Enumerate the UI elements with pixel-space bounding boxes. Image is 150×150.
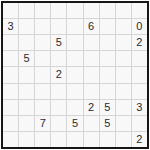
cell-r8c6[interactable] (84, 116, 99, 131)
cell-r6c7[interactable] (100, 84, 115, 99)
cell-r3c1[interactable] (3, 35, 18, 50)
cell-r1c8[interactable] (116, 3, 131, 18)
cell-r4c8[interactable] (116, 51, 131, 66)
cell-r7c1[interactable] (3, 100, 18, 115)
cell-r8c2[interactable] (19, 116, 34, 131)
cell-r6c4[interactable] (51, 84, 66, 99)
cell-r8c1[interactable] (3, 116, 18, 131)
cell-r5c2[interactable] (19, 67, 34, 82)
clue-cell-r7c7: 5 (100, 100, 115, 115)
cell-r1c7[interactable] (100, 3, 115, 18)
minesweeper-board: 36052522537552 (1, 1, 149, 149)
cell-r4c7[interactable] (100, 51, 115, 66)
cell-r6c2[interactable] (19, 84, 34, 99)
cell-r4c1[interactable] (3, 51, 18, 66)
cell-r4c6[interactable] (84, 51, 99, 66)
clue-cell-r3c9: 2 (132, 35, 147, 50)
cell-r1c3[interactable] (35, 3, 50, 18)
cell-r6c1[interactable] (3, 84, 18, 99)
cell-r9c8[interactable] (116, 132, 131, 147)
cell-r9c6[interactable] (84, 132, 99, 147)
cell-r5c6[interactable] (84, 67, 99, 82)
cell-r4c5[interactable] (67, 51, 82, 66)
cell-r6c9[interactable] (132, 84, 147, 99)
cell-r3c3[interactable] (35, 35, 50, 50)
cell-r1c1[interactable] (3, 3, 18, 18)
cell-r6c3[interactable] (35, 84, 50, 99)
cell-r1c2[interactable] (19, 3, 34, 18)
cell-r2c5[interactable] (67, 19, 82, 34)
cell-r8c9[interactable] (132, 116, 147, 131)
cell-r1c9[interactable] (132, 3, 147, 18)
cell-r3c8[interactable] (116, 35, 131, 50)
cell-r7c3[interactable] (35, 100, 50, 115)
cell-r2c2[interactable] (19, 19, 34, 34)
cell-r1c5[interactable] (67, 3, 82, 18)
cell-r6c8[interactable] (116, 84, 131, 99)
cell-r6c5[interactable] (67, 84, 82, 99)
cell-r5c3[interactable] (35, 67, 50, 82)
clue-cell-r8c3: 7 (35, 116, 50, 131)
cell-r2c7[interactable] (100, 19, 115, 34)
cell-r9c7[interactable] (100, 132, 115, 147)
cell-r5c7[interactable] (100, 67, 115, 82)
cell-r5c1[interactable] (3, 67, 18, 82)
cell-r1c6[interactable] (84, 3, 99, 18)
clue-cell-r4c2: 5 (19, 51, 34, 66)
cell-r5c8[interactable] (116, 67, 131, 82)
cell-r7c8[interactable] (116, 100, 131, 115)
cell-r4c4[interactable] (51, 51, 66, 66)
cell-r4c3[interactable] (35, 51, 50, 66)
clue-cell-r8c7: 5 (100, 116, 115, 131)
cell-r5c5[interactable] (67, 67, 82, 82)
cell-r2c3[interactable] (35, 19, 50, 34)
clue-cell-r7c9: 3 (132, 100, 147, 115)
clue-cell-r9c9: 2 (132, 132, 147, 147)
clue-cell-r8c5: 5 (67, 116, 82, 131)
cell-r6c6[interactable] (84, 84, 99, 99)
cell-r4c9[interactable] (132, 51, 147, 66)
clue-cell-r3c4: 5 (51, 35, 66, 50)
cell-r3c6[interactable] (84, 35, 99, 50)
cell-r3c7[interactable] (100, 35, 115, 50)
board-wrap: 36052522537552 (1, 1, 149, 149)
cell-r9c3[interactable] (35, 132, 50, 147)
cell-r1c4[interactable] (51, 3, 66, 18)
cell-r9c4[interactable] (51, 132, 66, 147)
clue-cell-r7c6: 2 (84, 100, 99, 115)
cell-r7c4[interactable] (51, 100, 66, 115)
cell-r3c5[interactable] (67, 35, 82, 50)
cell-r5c9[interactable] (132, 67, 147, 82)
cell-r2c4[interactable] (51, 19, 66, 34)
clue-cell-r2c6: 6 (84, 19, 99, 34)
cell-r8c4[interactable] (51, 116, 66, 131)
cell-r7c2[interactable] (19, 100, 34, 115)
cell-r3c2[interactable] (19, 35, 34, 50)
cell-r7c5[interactable] (67, 100, 82, 115)
cell-r8c8[interactable] (116, 116, 131, 131)
clue-cell-r2c1: 3 (3, 19, 18, 34)
cell-r9c5[interactable] (67, 132, 82, 147)
cell-r2c8[interactable] (116, 19, 131, 34)
clue-cell-r2c9: 0 (132, 19, 147, 34)
cell-r9c1[interactable] (3, 132, 18, 147)
clue-cell-r5c4: 2 (51, 67, 66, 82)
cell-r9c2[interactable] (19, 132, 34, 147)
